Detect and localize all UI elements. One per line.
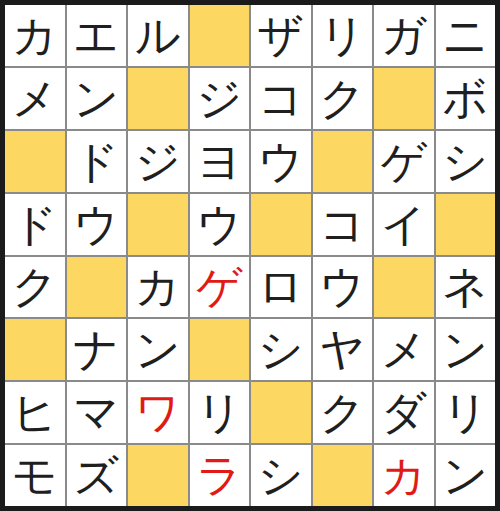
cell-r1c7[interactable]: ガ xyxy=(374,5,434,66)
cell-r8c7[interactable]: カ xyxy=(374,445,434,506)
letter-glyph: ク xyxy=(12,264,58,309)
cell-r4c6[interactable]: コ xyxy=(313,194,373,255)
cell-r4c5-yellow[interactable] xyxy=(251,194,311,255)
cell-r7c2[interactable]: マ xyxy=(67,382,127,443)
letter-glyph: ド xyxy=(12,202,58,247)
cell-r3c6-yellow[interactable] xyxy=(313,131,373,192)
cell-r3c1-yellow[interactable] xyxy=(5,131,65,192)
cell-r7c1[interactable]: ヒ xyxy=(5,382,65,443)
cell-r5c8[interactable]: ネ xyxy=(436,257,496,318)
letter-glyph: ン xyxy=(442,327,488,372)
red-letter-glyph: カ xyxy=(381,453,427,498)
cell-r2c8[interactable]: ボ xyxy=(436,68,496,129)
cell-r2c6[interactable]: ク xyxy=(313,68,373,129)
cell-r7c8[interactable]: リ xyxy=(436,382,496,443)
cell-r6c5[interactable]: シ xyxy=(251,319,311,380)
cell-r6c3[interactable]: ン xyxy=(128,319,188,380)
letter-glyph: ウ xyxy=(196,202,242,247)
cell-r8c4[interactable]: ラ xyxy=(190,445,250,506)
cell-r5c6[interactable]: ウ xyxy=(313,257,373,318)
letter-glyph: リ xyxy=(442,390,488,435)
letter-glyph: ウ xyxy=(73,202,119,247)
crossword-board: カエルザリガニメンジコクボドジヨウゲシドウウコイクカゲロウネナンシヤメンヒマワリ… xyxy=(0,0,500,511)
cell-r4c8-yellow[interactable] xyxy=(436,194,496,255)
letter-glyph: マ xyxy=(73,390,119,435)
red-letter-glyph: ゲ xyxy=(196,264,242,309)
letter-glyph: リ xyxy=(196,390,242,435)
cell-r5c4[interactable]: ゲ xyxy=(190,257,250,318)
cell-r1c4-yellow[interactable] xyxy=(190,5,250,66)
red-letter-glyph: ラ xyxy=(196,453,242,498)
letter-glyph: ヒ xyxy=(12,390,58,435)
cell-r8c8[interactable]: ン xyxy=(436,445,496,506)
red-letter-glyph: ワ xyxy=(135,390,181,435)
letter-glyph: エ xyxy=(73,13,119,58)
cell-r4c4[interactable]: ウ xyxy=(190,194,250,255)
letter-glyph: コ xyxy=(258,76,304,121)
cell-r6c1-yellow[interactable] xyxy=(5,319,65,380)
letter-glyph: ガ xyxy=(381,13,427,58)
letter-glyph: ク xyxy=(319,390,365,435)
letter-glyph: ナ xyxy=(73,327,119,372)
cell-r2c7-yellow[interactable] xyxy=(374,68,434,129)
letter-glyph: ザ xyxy=(258,13,304,58)
letter-glyph: ド xyxy=(73,139,119,184)
cell-r1c1[interactable]: カ xyxy=(5,5,65,66)
letter-glyph: リ xyxy=(319,13,365,58)
cell-r2c5[interactable]: コ xyxy=(251,68,311,129)
letter-glyph: ン xyxy=(135,327,181,372)
cell-r4c1[interactable]: ド xyxy=(5,194,65,255)
cell-r2c4[interactable]: ジ xyxy=(190,68,250,129)
cell-r3c5[interactable]: ウ xyxy=(251,131,311,192)
cell-r7c5-yellow[interactable] xyxy=(251,382,311,443)
cell-r3c4[interactable]: ヨ xyxy=(190,131,250,192)
letter-glyph: シ xyxy=(442,139,488,184)
cell-r4c7[interactable]: イ xyxy=(374,194,434,255)
cell-r5c3[interactable]: カ xyxy=(128,257,188,318)
letter-glyph: ジ xyxy=(196,76,242,121)
cell-r2c3-yellow[interactable] xyxy=(128,68,188,129)
letter-glyph: ゲ xyxy=(381,139,427,184)
letter-glyph: ボ xyxy=(442,76,488,121)
cell-r2c1[interactable]: メ xyxy=(5,68,65,129)
cell-r1c3[interactable]: ル xyxy=(128,5,188,66)
cell-r8c6-yellow[interactable] xyxy=(313,445,373,506)
letter-glyph: イ xyxy=(381,202,427,247)
cell-r6c7[interactable]: メ xyxy=(374,319,434,380)
letter-glyph: コ xyxy=(319,202,365,247)
letter-glyph: ネ xyxy=(442,264,488,309)
cell-r1c2[interactable]: エ xyxy=(67,5,127,66)
letter-glyph: ウ xyxy=(319,264,365,309)
cell-r1c5[interactable]: ザ xyxy=(251,5,311,66)
cell-r4c3-yellow[interactable] xyxy=(128,194,188,255)
letter-glyph: モ xyxy=(12,453,58,498)
cell-r5c5[interactable]: ロ xyxy=(251,257,311,318)
letter-glyph: ウ xyxy=(258,139,304,184)
cell-r7c6[interactable]: ク xyxy=(313,382,373,443)
letter-glyph: ニ xyxy=(442,13,488,58)
cell-r5c1[interactable]: ク xyxy=(5,257,65,318)
cell-r8c3-yellow[interactable] xyxy=(128,445,188,506)
cell-r5c2-yellow[interactable] xyxy=(67,257,127,318)
crossword-grid: カエルザリガニメンジコクボドジヨウゲシドウウコイクカゲロウネナンシヤメンヒマワリ… xyxy=(5,5,495,506)
cell-r6c4-yellow[interactable] xyxy=(190,319,250,380)
cell-r3c3[interactable]: ジ xyxy=(128,131,188,192)
letter-glyph: ク xyxy=(319,76,365,121)
cell-r8c2[interactable]: ズ xyxy=(67,445,127,506)
letter-glyph: カ xyxy=(135,264,181,309)
cell-r8c1[interactable]: モ xyxy=(5,445,65,506)
letter-glyph: ル xyxy=(135,13,181,58)
letter-glyph: ズ xyxy=(73,453,119,498)
cell-r8c5[interactable]: シ xyxy=(251,445,311,506)
letter-glyph: シ xyxy=(258,327,304,372)
letter-glyph: ロ xyxy=(258,264,304,309)
cell-r6c6[interactable]: ヤ xyxy=(313,319,373,380)
cell-r7c3[interactable]: ワ xyxy=(128,382,188,443)
letter-glyph: メ xyxy=(381,327,427,372)
letter-glyph: カ xyxy=(12,13,58,58)
cell-r6c8[interactable]: ン xyxy=(436,319,496,380)
letter-glyph: ヤ xyxy=(319,327,365,372)
letter-glyph: ヨ xyxy=(196,139,242,184)
letter-glyph: ン xyxy=(73,76,119,121)
cell-r5c7-yellow[interactable] xyxy=(374,257,434,318)
letter-glyph: メ xyxy=(12,76,58,121)
cell-r1c8[interactable]: ニ xyxy=(436,5,496,66)
letter-glyph: ン xyxy=(442,453,488,498)
cell-r1c6[interactable]: リ xyxy=(313,5,373,66)
cell-r4c2[interactable]: ウ xyxy=(67,194,127,255)
cell-r3c2[interactable]: ド xyxy=(67,131,127,192)
cell-r3c7[interactable]: ゲ xyxy=(374,131,434,192)
letter-glyph: ダ xyxy=(381,390,427,435)
cell-r7c7[interactable]: ダ xyxy=(374,382,434,443)
cell-r6c2[interactable]: ナ xyxy=(67,319,127,380)
letter-glyph: ジ xyxy=(135,139,181,184)
letter-glyph: シ xyxy=(258,453,304,498)
cell-r3c8[interactable]: シ xyxy=(436,131,496,192)
cell-r2c2[interactable]: ン xyxy=(67,68,127,129)
cell-r7c4[interactable]: リ xyxy=(190,382,250,443)
